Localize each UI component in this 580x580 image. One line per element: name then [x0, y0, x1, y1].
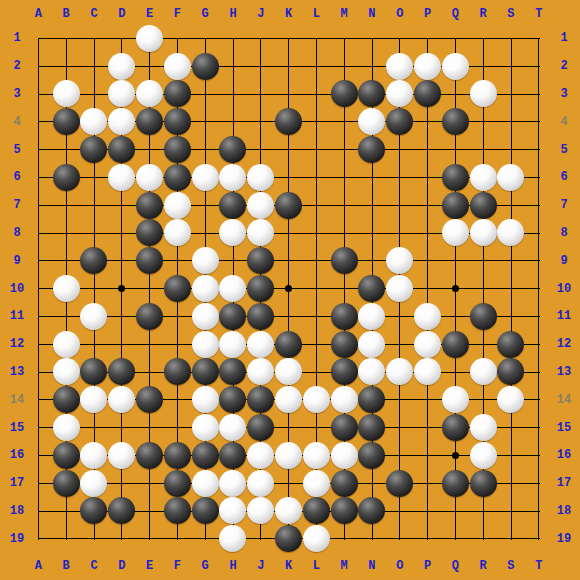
board-point-H6[interactable] [219, 163, 247, 191]
board-point-O19[interactable] [386, 525, 414, 553]
board-point-G11[interactable] [191, 302, 219, 330]
board-point-R7[interactable] [469, 191, 497, 219]
board-point-T8[interactable] [525, 219, 553, 247]
board-point-G2[interactable] [191, 52, 219, 80]
board-point-B16[interactable] [52, 441, 80, 469]
board-point-O14[interactable] [386, 386, 414, 414]
board-point-Q16[interactable] [441, 441, 469, 469]
board-point-M2[interactable] [330, 52, 358, 80]
board-point-K4[interactable] [275, 108, 303, 136]
board-point-G16[interactable] [191, 441, 219, 469]
board-point-Q12[interactable] [441, 330, 469, 358]
board-point-N9[interactable] [358, 247, 386, 275]
board-point-M8[interactable] [330, 219, 358, 247]
board-point-Q15[interactable] [441, 414, 469, 442]
board-point-R14[interactable] [469, 386, 497, 414]
board-point-O11[interactable] [386, 302, 414, 330]
board-point-P5[interactable] [414, 136, 442, 164]
board-point-F13[interactable] [163, 358, 191, 386]
board-point-K2[interactable] [275, 52, 303, 80]
board-point-H15[interactable] [219, 414, 247, 442]
board-point-H18[interactable] [219, 497, 247, 525]
board-point-L16[interactable] [302, 441, 330, 469]
board-point-P12[interactable] [414, 330, 442, 358]
board-point-B10[interactable] [52, 275, 80, 303]
board-point-F8[interactable] [163, 219, 191, 247]
board-point-J3[interactable] [247, 80, 275, 108]
board-point-T12[interactable] [525, 330, 553, 358]
board-point-D10[interactable] [108, 275, 136, 303]
board-point-E5[interactable] [136, 136, 164, 164]
board-point-P15[interactable] [414, 414, 442, 442]
board-point-B14[interactable] [52, 386, 80, 414]
board-point-F18[interactable] [163, 497, 191, 525]
board-point-K19[interactable] [275, 525, 303, 553]
board-point-C3[interactable] [80, 80, 108, 108]
board-point-B13[interactable] [52, 358, 80, 386]
board-point-J8[interactable] [247, 219, 275, 247]
board-point-E14[interactable] [136, 386, 164, 414]
board-point-E7[interactable] [136, 191, 164, 219]
board-point-M5[interactable] [330, 136, 358, 164]
board-point-H14[interactable] [219, 386, 247, 414]
board-point-S8[interactable] [497, 219, 525, 247]
board-point-T7[interactable] [525, 191, 553, 219]
board-point-O13[interactable] [386, 358, 414, 386]
board-point-T19[interactable] [525, 525, 553, 553]
board-point-M3[interactable] [330, 80, 358, 108]
board-point-D17[interactable] [108, 469, 136, 497]
board-point-N5[interactable] [358, 136, 386, 164]
board-point-B6[interactable] [52, 163, 80, 191]
board-point-L1[interactable] [302, 25, 330, 53]
board-point-H9[interactable] [219, 247, 247, 275]
board-point-F1[interactable] [163, 25, 191, 53]
board-point-S10[interactable] [497, 275, 525, 303]
board-point-F9[interactable] [163, 247, 191, 275]
board-point-M17[interactable] [330, 469, 358, 497]
board-point-B15[interactable] [52, 414, 80, 442]
board-point-B7[interactable] [52, 191, 80, 219]
board-point-J13[interactable] [247, 358, 275, 386]
board-point-B5[interactable] [52, 136, 80, 164]
board-point-D7[interactable] [108, 191, 136, 219]
board-point-C6[interactable] [80, 163, 108, 191]
board-point-Q2[interactable] [441, 52, 469, 80]
board-point-J7[interactable] [247, 191, 275, 219]
board-point-H4[interactable] [219, 108, 247, 136]
board-point-L19[interactable] [302, 525, 330, 553]
board-point-K16[interactable] [275, 441, 303, 469]
board-point-O5[interactable] [386, 136, 414, 164]
board-point-M6[interactable] [330, 163, 358, 191]
board-point-M14[interactable] [330, 386, 358, 414]
board-point-M16[interactable] [330, 441, 358, 469]
board-point-B19[interactable] [52, 525, 80, 553]
board-point-N16[interactable] [358, 441, 386, 469]
board-point-R19[interactable] [469, 525, 497, 553]
board-point-H19[interactable] [219, 525, 247, 553]
board-point-F15[interactable] [163, 414, 191, 442]
board-point-S14[interactable] [497, 386, 525, 414]
board-point-M4[interactable] [330, 108, 358, 136]
board-point-Q13[interactable] [441, 358, 469, 386]
board-point-T15[interactable] [525, 414, 553, 442]
board-point-K6[interactable] [275, 163, 303, 191]
board-point-F3[interactable] [163, 80, 191, 108]
board-point-O6[interactable] [386, 163, 414, 191]
board-point-L5[interactable] [302, 136, 330, 164]
board-point-Q17[interactable] [441, 469, 469, 497]
board-point-T14[interactable] [525, 386, 553, 414]
board-point-O8[interactable] [386, 219, 414, 247]
board-point-D18[interactable] [108, 497, 136, 525]
board-point-P2[interactable] [414, 52, 442, 80]
board-point-N15[interactable] [358, 414, 386, 442]
board-point-G7[interactable] [191, 191, 219, 219]
board-point-O2[interactable] [386, 52, 414, 80]
board-point-G3[interactable] [191, 80, 219, 108]
board-point-N12[interactable] [358, 330, 386, 358]
board-point-J12[interactable] [247, 330, 275, 358]
board-point-N17[interactable] [358, 469, 386, 497]
board-point-S11[interactable] [497, 302, 525, 330]
board-point-P11[interactable] [414, 302, 442, 330]
board-point-L7[interactable] [302, 191, 330, 219]
board-point-B17[interactable] [52, 469, 80, 497]
board-point-T16[interactable] [525, 441, 553, 469]
board-point-T6[interactable] [525, 163, 553, 191]
board-point-S12[interactable] [497, 330, 525, 358]
board-point-H3[interactable] [219, 80, 247, 108]
board-point-J2[interactable] [247, 52, 275, 80]
board-point-N4[interactable] [358, 108, 386, 136]
board-point-F2[interactable] [163, 52, 191, 80]
board-point-K10[interactable] [275, 275, 303, 303]
board-point-Q19[interactable] [441, 525, 469, 553]
board-point-C11[interactable] [80, 302, 108, 330]
board-point-H13[interactable] [219, 358, 247, 386]
board-point-F11[interactable] [163, 302, 191, 330]
board-point-O1[interactable] [386, 25, 414, 53]
board-point-G13[interactable] [191, 358, 219, 386]
board-point-C5[interactable] [80, 136, 108, 164]
board-point-P8[interactable] [414, 219, 442, 247]
board-point-R12[interactable] [469, 330, 497, 358]
board-point-T11[interactable] [525, 302, 553, 330]
board-point-O12[interactable] [386, 330, 414, 358]
board-point-P6[interactable] [414, 163, 442, 191]
board-point-G12[interactable] [191, 330, 219, 358]
board-point-K17[interactable] [275, 469, 303, 497]
board-point-Q18[interactable] [441, 497, 469, 525]
board-point-O10[interactable] [386, 275, 414, 303]
board-point-R3[interactable] [469, 80, 497, 108]
board-point-H7[interactable] [219, 191, 247, 219]
board-point-N11[interactable] [358, 302, 386, 330]
board-point-D14[interactable] [108, 386, 136, 414]
board-point-C13[interactable] [80, 358, 108, 386]
board-point-N13[interactable] [358, 358, 386, 386]
board-point-R10[interactable] [469, 275, 497, 303]
board-point-Q7[interactable] [441, 191, 469, 219]
board-point-S6[interactable] [497, 163, 525, 191]
board-point-E3[interactable] [136, 80, 164, 108]
board-point-R9[interactable] [469, 247, 497, 275]
board-point-E4[interactable] [136, 108, 164, 136]
board-point-D4[interactable] [108, 108, 136, 136]
board-point-D1[interactable] [108, 25, 136, 53]
board-point-B18[interactable] [52, 497, 80, 525]
board-point-Q4[interactable] [441, 108, 469, 136]
board-point-C17[interactable] [80, 469, 108, 497]
board-point-P19[interactable] [414, 525, 442, 553]
board-point-J9[interactable] [247, 247, 275, 275]
board-point-E18[interactable] [136, 497, 164, 525]
board-point-M10[interactable] [330, 275, 358, 303]
board-point-K11[interactable] [275, 302, 303, 330]
board-point-B12[interactable] [52, 330, 80, 358]
board-point-C12[interactable] [80, 330, 108, 358]
board-point-J5[interactable] [247, 136, 275, 164]
board-point-C10[interactable] [80, 275, 108, 303]
board-point-J19[interactable] [247, 525, 275, 553]
board-point-R1[interactable] [469, 25, 497, 53]
board-point-P13[interactable] [414, 358, 442, 386]
board-point-D3[interactable] [108, 80, 136, 108]
board-point-S5[interactable] [497, 136, 525, 164]
board-point-G5[interactable] [191, 136, 219, 164]
board-point-E10[interactable] [136, 275, 164, 303]
board-point-G9[interactable] [191, 247, 219, 275]
board-point-H17[interactable] [219, 469, 247, 497]
board-point-O3[interactable] [386, 80, 414, 108]
board-point-L3[interactable] [302, 80, 330, 108]
board-point-Q8[interactable] [441, 219, 469, 247]
board-point-H12[interactable] [219, 330, 247, 358]
board-point-L8[interactable] [302, 219, 330, 247]
board-point-K15[interactable] [275, 414, 303, 442]
board-point-C19[interactable] [80, 525, 108, 553]
board-point-E12[interactable] [136, 330, 164, 358]
board-point-F5[interactable] [163, 136, 191, 164]
board-point-C14[interactable] [80, 386, 108, 414]
board-point-E19[interactable] [136, 525, 164, 553]
board-point-M15[interactable] [330, 414, 358, 442]
board-point-E9[interactable] [136, 247, 164, 275]
board-point-E13[interactable] [136, 358, 164, 386]
board-point-M12[interactable] [330, 330, 358, 358]
board-point-J11[interactable] [247, 302, 275, 330]
board-point-J6[interactable] [247, 163, 275, 191]
board-point-T4[interactable] [525, 108, 553, 136]
board-point-L6[interactable] [302, 163, 330, 191]
board-point-N8[interactable] [358, 219, 386, 247]
board-point-H5[interactable] [219, 136, 247, 164]
board-point-P3[interactable] [414, 80, 442, 108]
board-point-K3[interactable] [275, 80, 303, 108]
board-point-D15[interactable] [108, 414, 136, 442]
board-point-E17[interactable] [136, 469, 164, 497]
board-point-J10[interactable] [247, 275, 275, 303]
board-point-S1[interactable] [497, 25, 525, 53]
board-point-M13[interactable] [330, 358, 358, 386]
board-point-O18[interactable] [386, 497, 414, 525]
board-point-D5[interactable] [108, 136, 136, 164]
board-point-D8[interactable] [108, 219, 136, 247]
board-point-N2[interactable] [358, 52, 386, 80]
board-point-J15[interactable] [247, 414, 275, 442]
board-point-Q1[interactable] [441, 25, 469, 53]
board-point-B2[interactable] [52, 52, 80, 80]
board-point-L12[interactable] [302, 330, 330, 358]
board-point-P7[interactable] [414, 191, 442, 219]
board-point-P1[interactable] [414, 25, 442, 53]
board-point-G17[interactable] [191, 469, 219, 497]
board-point-K14[interactable] [275, 386, 303, 414]
board-point-P18[interactable] [414, 497, 442, 525]
board-point-N7[interactable] [358, 191, 386, 219]
board-point-K18[interactable] [275, 497, 303, 525]
board-point-R15[interactable] [469, 414, 497, 442]
board-point-O9[interactable] [386, 247, 414, 275]
board-point-B4[interactable] [52, 108, 80, 136]
board-point-G18[interactable] [191, 497, 219, 525]
board-point-G8[interactable] [191, 219, 219, 247]
board-point-E15[interactable] [136, 414, 164, 442]
board-point-J4[interactable] [247, 108, 275, 136]
board-point-S3[interactable] [497, 80, 525, 108]
board-point-D12[interactable] [108, 330, 136, 358]
board-point-Q11[interactable] [441, 302, 469, 330]
board-point-H1[interactable] [219, 25, 247, 53]
board-point-N1[interactable] [358, 25, 386, 53]
board-point-S16[interactable] [497, 441, 525, 469]
board-point-L17[interactable] [302, 469, 330, 497]
board-point-D2[interactable] [108, 52, 136, 80]
board-point-H11[interactable] [219, 302, 247, 330]
board-point-C4[interactable] [80, 108, 108, 136]
board-point-O16[interactable] [386, 441, 414, 469]
board-point-L14[interactable] [302, 386, 330, 414]
board-point-S15[interactable] [497, 414, 525, 442]
board-point-M11[interactable] [330, 302, 358, 330]
board-point-K1[interactable] [275, 25, 303, 53]
board-point-L2[interactable] [302, 52, 330, 80]
board-point-F6[interactable] [163, 163, 191, 191]
board-point-S9[interactable] [497, 247, 525, 275]
board-point-C16[interactable] [80, 441, 108, 469]
board-point-J16[interactable] [247, 441, 275, 469]
board-point-L18[interactable] [302, 497, 330, 525]
board-point-L4[interactable] [302, 108, 330, 136]
board-point-C9[interactable] [80, 247, 108, 275]
board-point-T17[interactable] [525, 469, 553, 497]
board-point-T18[interactable] [525, 497, 553, 525]
board-point-D11[interactable] [108, 302, 136, 330]
board-point-J1[interactable] [247, 25, 275, 53]
board-point-T10[interactable] [525, 275, 553, 303]
board-point-L10[interactable] [302, 275, 330, 303]
board-point-R8[interactable] [469, 219, 497, 247]
board-point-K9[interactable] [275, 247, 303, 275]
board-point-R18[interactable] [469, 497, 497, 525]
board-point-R2[interactable] [469, 52, 497, 80]
board-point-S19[interactable] [497, 525, 525, 553]
board-point-L13[interactable] [302, 358, 330, 386]
board-point-J17[interactable] [247, 469, 275, 497]
board-point-F10[interactable] [163, 275, 191, 303]
board-point-O15[interactable] [386, 414, 414, 442]
board-point-P10[interactable] [414, 275, 442, 303]
board-point-Q3[interactable] [441, 80, 469, 108]
board-point-Q6[interactable] [441, 163, 469, 191]
board-point-T1[interactable] [525, 25, 553, 53]
board-point-F16[interactable] [163, 441, 191, 469]
board-point-P14[interactable] [414, 386, 442, 414]
board-point-M7[interactable] [330, 191, 358, 219]
board-point-R6[interactable] [469, 163, 497, 191]
board-point-G14[interactable] [191, 386, 219, 414]
board-point-B11[interactable] [52, 302, 80, 330]
board-point-H10[interactable] [219, 275, 247, 303]
board-point-K8[interactable] [275, 219, 303, 247]
board-point-S2[interactable] [497, 52, 525, 80]
board-point-Q10[interactable] [441, 275, 469, 303]
board-point-C18[interactable] [80, 497, 108, 525]
board-point-K5[interactable] [275, 136, 303, 164]
board-point-O7[interactable] [386, 191, 414, 219]
board-point-M1[interactable] [330, 25, 358, 53]
board-point-E1[interactable] [136, 25, 164, 53]
board-point-H16[interactable] [219, 441, 247, 469]
board-point-E8[interactable] [136, 219, 164, 247]
board-point-C1[interactable] [80, 25, 108, 53]
board-point-R11[interactable] [469, 302, 497, 330]
board-point-D9[interactable] [108, 247, 136, 275]
board-point-T13[interactable] [525, 358, 553, 386]
board-point-M9[interactable] [330, 247, 358, 275]
board-point-P9[interactable] [414, 247, 442, 275]
board-point-E6[interactable] [136, 163, 164, 191]
board-point-C7[interactable] [80, 191, 108, 219]
board-point-M18[interactable] [330, 497, 358, 525]
board-point-N10[interactable] [358, 275, 386, 303]
board-point-S17[interactable] [497, 469, 525, 497]
board-point-Q14[interactable] [441, 386, 469, 414]
board-point-D19[interactable] [108, 525, 136, 553]
board-point-K13[interactable] [275, 358, 303, 386]
board-point-D6[interactable] [108, 163, 136, 191]
board-point-D16[interactable] [108, 441, 136, 469]
board-point-N6[interactable] [358, 163, 386, 191]
board-point-E11[interactable] [136, 302, 164, 330]
board-point-C8[interactable] [80, 219, 108, 247]
board-point-P16[interactable] [414, 441, 442, 469]
board-point-K7[interactable] [275, 191, 303, 219]
board-point-B3[interactable] [52, 80, 80, 108]
board-point-J18[interactable] [247, 497, 275, 525]
board-point-F17[interactable] [163, 469, 191, 497]
board-point-H2[interactable] [219, 52, 247, 80]
board-point-B9[interactable] [52, 247, 80, 275]
board-point-O17[interactable] [386, 469, 414, 497]
board-point-Q5[interactable] [441, 136, 469, 164]
board-point-S7[interactable] [497, 191, 525, 219]
board-point-L15[interactable] [302, 414, 330, 442]
board-point-T9[interactable] [525, 247, 553, 275]
board-point-F7[interactable] [163, 191, 191, 219]
